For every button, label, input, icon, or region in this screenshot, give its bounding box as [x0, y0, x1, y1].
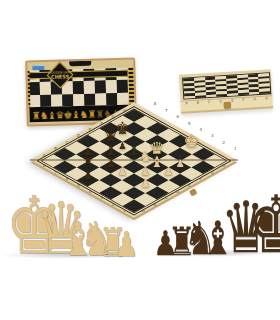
dark-king: ♚	[248, 194, 270, 257]
light-king: ♚	[6, 195, 28, 258]
coordinate-label: 5	[188, 120, 191, 125]
checker-square	[106, 80, 117, 93]
coordinate-label: B	[54, 146, 57, 151]
chess-piece: ♟	[106, 159, 115, 169]
coordinate-label: 7	[54, 169, 57, 174]
coordinate-label: H	[123, 107, 126, 112]
coordinate-label: 7	[165, 107, 168, 112]
coordinate-label: 4	[200, 126, 203, 131]
piece-lineup-light: ♚♛♝♞♜♟	[3, 193, 133, 258]
coordinate-label: C	[66, 139, 69, 144]
checker-square	[95, 81, 106, 94]
dark-rook: ♜	[167, 226, 178, 257]
chess-piece: ♟	[175, 159, 184, 169]
chess-piece: ♟	[141, 178, 151, 189]
light-bishop: ♝	[62, 221, 75, 258]
closed-board-letter: F	[242, 98, 244, 102]
checker-square	[206, 94, 217, 97]
coordinate-label: 6	[177, 114, 180, 119]
coordinate-label: 3	[211, 133, 214, 138]
checker-square	[249, 91, 260, 94]
coordinate-label: A	[43, 152, 46, 157]
coordinate-label: D	[77, 133, 80, 138]
coordinate-label: E	[188, 182, 191, 187]
box-handle-cutout	[69, 61, 91, 67]
coordinate-label: G	[211, 169, 214, 174]
coordinate-label: 6	[66, 176, 69, 181]
light-pawn: ♟	[114, 231, 124, 258]
light-rook: ♜	[98, 227, 109, 258]
dark-queen: ♛	[221, 200, 241, 257]
checker-square	[238, 92, 249, 95]
checker-square	[259, 91, 270, 94]
checker-square	[40, 82, 51, 95]
chess-piece: ♚	[184, 133, 200, 151]
checker-square	[117, 80, 128, 93]
coordinate-label: F	[100, 120, 102, 125]
product-photo: WOODEN GAME CHESS ♜♞♝♛♚♝♞♜ ♜♞♝♛♚♝♞♜ ABCD…	[0, 0, 280, 320]
chess-piece: ♝	[105, 143, 117, 157]
checker-square	[216, 93, 227, 96]
chess-piece: ♟	[83, 172, 93, 183]
coordinate-label: 2	[223, 139, 226, 144]
dark-knight: ♞	[184, 220, 197, 257]
chess-piece: ♝	[151, 156, 164, 170]
checker-square	[29, 82, 40, 95]
closed-board-letter: H	[265, 96, 268, 100]
price-sticker	[32, 65, 44, 70]
light-queen: ♛	[36, 201, 56, 258]
chess-piece: ♝	[128, 143, 140, 157]
coordinate-label: F	[200, 176, 202, 181]
checker-square	[227, 93, 238, 96]
coordinate-label: A	[142, 208, 145, 213]
chess-piece: ♜	[83, 158, 94, 170]
light-knight: ♞	[80, 220, 94, 258]
coordinate-label: 1	[234, 146, 237, 151]
coordinate-label: H	[222, 163, 225, 168]
coordinate-label: 8	[154, 101, 157, 106]
checker-square	[73, 81, 84, 94]
closed-board-letter: G	[253, 97, 256, 101]
piece-lineup-dark: ♟♜♞♝♛♚	[152, 191, 278, 257]
chess-piece: ♟	[118, 165, 127, 176]
coordinate-label: E	[89, 126, 92, 131]
chess-piece: ♟	[141, 165, 150, 176]
dark-pawn: ♟	[153, 230, 163, 257]
dark-bishop: ♝	[202, 220, 215, 257]
box-logo-line2: CHESS	[51, 74, 69, 79]
coordinate-label: G	[112, 114, 115, 119]
chess-piece: ♟	[118, 141, 126, 150]
coordinate-label: 8	[43, 163, 46, 168]
box-logo-text: WOODEN GAME CHESS	[52, 66, 69, 83]
chess-piece: ♟	[164, 165, 173, 176]
checker-square	[84, 81, 95, 94]
